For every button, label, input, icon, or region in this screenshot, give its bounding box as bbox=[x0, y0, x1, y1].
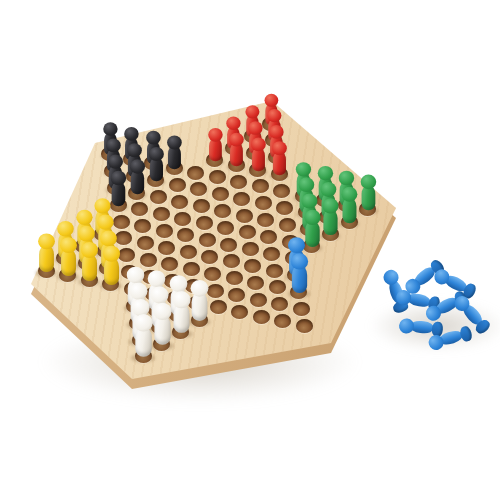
green-peg[interactable] bbox=[359, 175, 377, 213]
board-hole[interactable] bbox=[183, 262, 200, 276]
red-peg-head bbox=[226, 117, 240, 130]
board-hole[interactable] bbox=[293, 302, 310, 316]
board-hole[interactable] bbox=[266, 264, 283, 278]
green-peg-body bbox=[305, 221, 319, 247]
green-peg-head bbox=[304, 210, 320, 225]
yellow-peg-head bbox=[38, 233, 55, 249]
yellow-peg-head bbox=[102, 246, 119, 262]
black-peg[interactable] bbox=[147, 147, 165, 183]
red-peg-body bbox=[208, 139, 221, 162]
black-peg-head bbox=[103, 122, 117, 136]
board-hole[interactable] bbox=[174, 212, 191, 226]
black-peg[interactable] bbox=[166, 136, 183, 171]
yellow-peg[interactable] bbox=[101, 246, 121, 287]
board-hole[interactable] bbox=[263, 247, 280, 261]
black-peg[interactable] bbox=[109, 170, 127, 207]
green-peg-head bbox=[317, 166, 332, 180]
black-peg-head bbox=[167, 136, 182, 150]
board-hole[interactable] bbox=[236, 209, 253, 223]
yellow-peg-head bbox=[94, 198, 110, 213]
white-peg-head bbox=[148, 271, 166, 288]
black-peg[interactable] bbox=[128, 159, 146, 196]
yellow-peg-head bbox=[81, 242, 98, 258]
black-peg-head bbox=[108, 154, 123, 168]
green-peg[interactable] bbox=[321, 198, 340, 237]
black-peg-body bbox=[168, 146, 181, 169]
board-hole[interactable] bbox=[217, 221, 234, 235]
green-peg-head bbox=[341, 187, 357, 202]
white-peg-head bbox=[131, 298, 149, 315]
black-peg-head bbox=[105, 138, 120, 152]
board-hole[interactable] bbox=[212, 187, 229, 201]
board-hole[interactable] bbox=[247, 276, 264, 290]
board-hole[interactable] bbox=[253, 310, 270, 324]
white-peg-head bbox=[169, 275, 187, 292]
board-hole[interactable] bbox=[296, 319, 313, 333]
board-hole[interactable] bbox=[199, 233, 216, 247]
black-peg-head bbox=[146, 131, 161, 145]
green-peg-head bbox=[320, 182, 336, 197]
blue-peg-head bbox=[290, 253, 307, 269]
red-peg-head bbox=[264, 93, 278, 106]
blue-peg-head bbox=[287, 237, 304, 253]
black-peg-body bbox=[149, 158, 162, 182]
yellow-peg-body bbox=[60, 249, 75, 276]
green-peg-head bbox=[339, 171, 354, 186]
board-hole[interactable] bbox=[231, 305, 248, 319]
yellow-peg[interactable] bbox=[58, 237, 78, 278]
board-hole[interactable] bbox=[226, 271, 243, 285]
white-peg[interactable] bbox=[170, 291, 191, 335]
yellow-peg-head bbox=[97, 214, 113, 229]
board-hole[interactable] bbox=[180, 245, 197, 259]
board-hole[interactable] bbox=[150, 190, 167, 204]
board-hole[interactable] bbox=[279, 218, 296, 232]
white-peg-head bbox=[190, 280, 208, 297]
red-peg[interactable] bbox=[206, 128, 223, 163]
board-hole[interactable] bbox=[209, 170, 226, 184]
red-peg[interactable] bbox=[270, 141, 287, 177]
red-peg[interactable] bbox=[227, 133, 244, 168]
white-peg-head bbox=[153, 303, 171, 320]
green-peg-head bbox=[296, 162, 311, 176]
board-hole[interactable] bbox=[153, 207, 170, 221]
board-hole[interactable] bbox=[210, 300, 227, 314]
white-peg-body bbox=[135, 328, 151, 358]
board-hole[interactable] bbox=[171, 195, 188, 209]
board-hole[interactable] bbox=[196, 216, 213, 230]
yellow-peg[interactable] bbox=[79, 242, 99, 283]
black-peg-head bbox=[124, 127, 138, 141]
green-peg[interactable] bbox=[340, 187, 359, 225]
red-peg-head bbox=[250, 137, 265, 151]
board-hole[interactable] bbox=[220, 238, 237, 252]
yellow-peg-head bbox=[75, 210, 91, 225]
board-hole[interactable] bbox=[255, 196, 272, 210]
white-peg-body bbox=[154, 316, 170, 345]
yellow-peg-head bbox=[78, 226, 95, 242]
board-hole[interactable] bbox=[137, 236, 154, 250]
red-peg-head bbox=[229, 133, 244, 147]
green-peg-head bbox=[322, 198, 338, 213]
yellow-peg-head bbox=[99, 230, 116, 246]
board-hole[interactable] bbox=[187, 166, 204, 180]
board-hole[interactable] bbox=[276, 201, 293, 215]
product-photo-chinese-checkers bbox=[0, 0, 500, 500]
blue-peg-head bbox=[398, 317, 414, 333]
black-peg-head bbox=[127, 143, 142, 157]
board-hole[interactable] bbox=[158, 241, 175, 255]
board-hole[interactable] bbox=[201, 250, 218, 264]
white-peg-head bbox=[129, 282, 147, 299]
red-peg-head bbox=[245, 105, 259, 118]
black-peg-head bbox=[129, 159, 144, 173]
board-hole[interactable] bbox=[230, 175, 247, 189]
yellow-peg-head bbox=[57, 221, 74, 237]
white-peg-head bbox=[150, 287, 168, 304]
yellow-peg-body bbox=[103, 258, 118, 285]
red-peg-head bbox=[272, 141, 287, 155]
green-peg-body bbox=[361, 186, 375, 211]
white-peg-head bbox=[134, 314, 153, 332]
board-hole[interactable] bbox=[250, 293, 267, 307]
black-peg-head bbox=[110, 170, 125, 185]
green-peg-head bbox=[360, 175, 376, 190]
yellow-peg[interactable] bbox=[36, 233, 56, 274]
yellow-peg-head bbox=[59, 237, 76, 253]
board-hole[interactable] bbox=[204, 267, 221, 281]
board-hole[interactable] bbox=[260, 230, 277, 244]
blue-peg-body bbox=[291, 266, 306, 293]
white-peg[interactable] bbox=[151, 303, 173, 347]
white-peg[interactable] bbox=[189, 280, 210, 323]
board-hole[interactable] bbox=[233, 192, 250, 206]
board-hole[interactable] bbox=[156, 224, 173, 238]
green-peg-head bbox=[301, 194, 317, 209]
board-hole[interactable] bbox=[140, 253, 157, 267]
black-peg-head bbox=[148, 147, 163, 161]
board-hole[interactable] bbox=[239, 225, 256, 239]
white-peg-head bbox=[172, 291, 190, 308]
white-peg-head bbox=[126, 266, 144, 283]
red-peg-head bbox=[248, 121, 262, 135]
blue-peg[interactable] bbox=[288, 253, 308, 295]
board-hole[interactable] bbox=[242, 242, 259, 256]
red-peg[interactable] bbox=[249, 137, 266, 173]
white-peg[interactable] bbox=[132, 314, 154, 359]
red-peg-body bbox=[273, 152, 286, 176]
board-hole[interactable] bbox=[169, 178, 186, 192]
board-hole[interactable] bbox=[113, 215, 130, 229]
